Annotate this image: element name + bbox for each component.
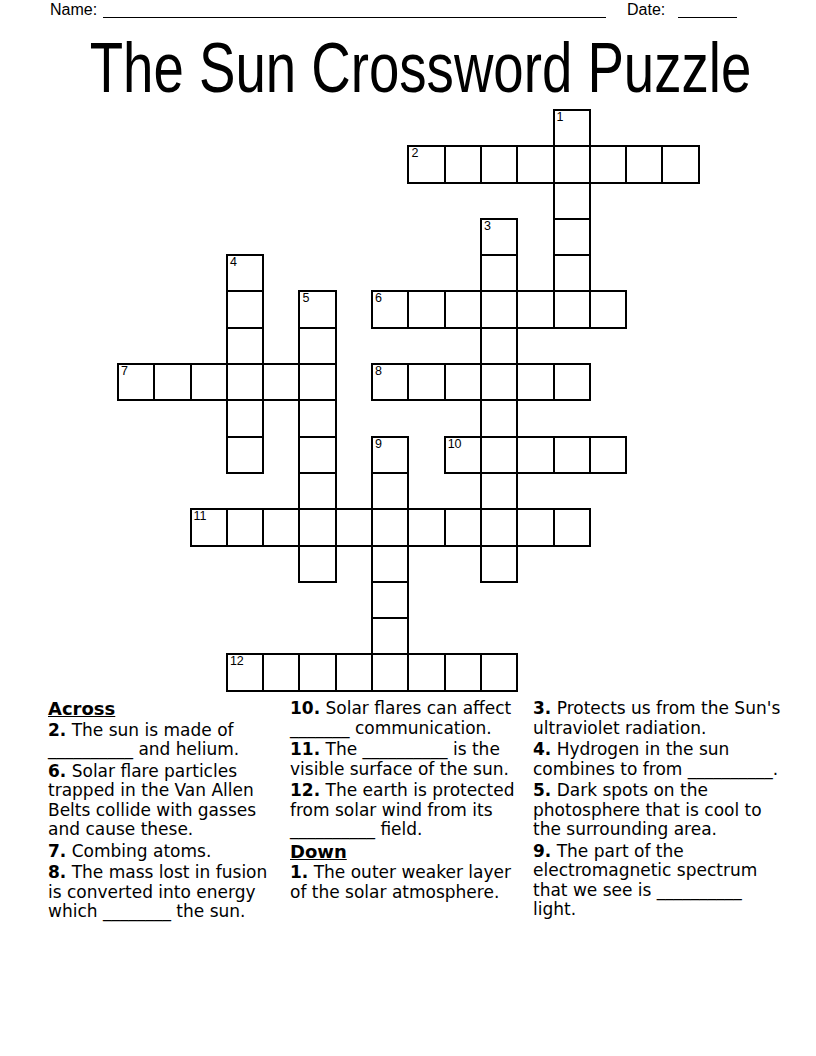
clue-number-10: 10 <box>448 438 462 451</box>
clue-number-11: 11 <box>194 510 207 523</box>
clue-number-label: 8. <box>48 862 66 882</box>
clue-number-8: 8 <box>375 365 382 378</box>
crossword-grid: 123456789101112 <box>118 110 699 691</box>
grid-cell-r5c9[interactable] <box>444 290 482 328</box>
grid-cell-r11c8[interactable] <box>407 508 445 546</box>
grid-cell-r7c9[interactable] <box>444 363 482 401</box>
grid-cell-r4c12[interactable] <box>553 254 591 292</box>
grid-cell-r9c10[interactable] <box>480 436 518 474</box>
clue-10: 10. Solar flares can affect _______ comm… <box>290 699 525 738</box>
clue-number-9: 9 <box>375 438 382 451</box>
grid-cell-r12c5[interactable] <box>298 545 336 583</box>
clue-9: 9. The part of the electromagnetic spect… <box>533 842 785 920</box>
grid-cell-r15c8[interactable] <box>407 653 445 691</box>
clue-number-label: 9. <box>533 841 551 861</box>
grid-cell-r5c8[interactable] <box>407 290 445 328</box>
grid-cell-r15c7[interactable] <box>371 653 409 691</box>
clue-number-label: 3. <box>533 698 551 718</box>
grid-cell-r6c5[interactable] <box>298 327 336 365</box>
grid-cell-r7c2[interactable] <box>190 363 228 401</box>
grid-cell-r15c6[interactable] <box>335 653 373 691</box>
crossword-worksheet-page: Name: Date: The Sun Crossword Puzzle 123… <box>0 0 816 1056</box>
clue-6: 6. Solar flare particles trapped in the … <box>48 762 275 840</box>
grid-cell-r13c7[interactable] <box>371 581 409 619</box>
grid-cell-r8c5[interactable] <box>298 399 336 437</box>
grid-cell-r10c10[interactable] <box>480 472 518 510</box>
grid-cell-r8c10[interactable] <box>480 399 518 437</box>
grid-cell-r10c5[interactable] <box>298 472 336 510</box>
name-input-line[interactable] <box>103 17 606 19</box>
clue-number-12: 12 <box>230 655 244 668</box>
grid-cell-r2c12[interactable] <box>553 182 591 220</box>
clue-3: 3. Protects us from the Sun's ultraviole… <box>533 699 785 738</box>
clue-number-4: 4 <box>230 256 237 269</box>
grid-cell-r7c8[interactable] <box>407 363 445 401</box>
grid-cell-r4c10[interactable] <box>480 254 518 292</box>
grid-cell-r7c3[interactable] <box>226 363 264 401</box>
clue-number-label: 6. <box>48 761 66 781</box>
grid-cell-r8c3[interactable] <box>226 399 264 437</box>
clue-number-label: 5. <box>533 780 551 800</box>
grid-cell-r7c7[interactable]: 8 <box>371 363 409 401</box>
grid-cell-r11c9[interactable] <box>444 508 482 546</box>
grid-cell-r7c11[interactable] <box>516 363 554 401</box>
grid-cell-r9c11[interactable] <box>516 436 554 474</box>
clue-number-label: 11. <box>290 739 320 759</box>
clue-number-label: 2. <box>48 720 66 740</box>
page-title: The Sun Crossword Puzzle <box>90 33 726 103</box>
grid-cell-r15c9[interactable] <box>444 653 482 691</box>
grid-cell-r1c12[interactable] <box>553 145 591 183</box>
grid-cell-r5c12[interactable] <box>553 290 591 328</box>
grid-cell-r3c10[interactable]: 3 <box>480 218 518 256</box>
grid-cell-r5c11[interactable] <box>516 290 554 328</box>
grid-cell-r7c10[interactable] <box>480 363 518 401</box>
clue-number-label: 1. <box>290 862 308 882</box>
grid-cell-r7c0[interactable]: 7 <box>117 363 155 401</box>
grid-cell-r6c3[interactable] <box>226 327 264 365</box>
grid-cell-r9c7[interactable]: 9 <box>371 436 409 474</box>
grid-cell-r9c9[interactable]: 10 <box>444 436 482 474</box>
grid-cell-r7c1[interactable] <box>153 363 191 401</box>
grid-cell-r5c5[interactable]: 5 <box>298 290 336 328</box>
grid-cell-r11c4[interactable] <box>262 508 300 546</box>
grid-cell-r5c3[interactable] <box>226 290 264 328</box>
grid-cell-r7c5[interactable] <box>298 363 336 401</box>
clue-column-3: 3. Protects us from the Sun's ultraviole… <box>533 699 785 922</box>
clue-1: 1. The outer weaker layer of the solar a… <box>290 863 525 902</box>
clue-number-6: 6 <box>375 292 382 305</box>
grid-cell-r11c11[interactable] <box>516 508 554 546</box>
clue-number-label: 4. <box>533 739 551 759</box>
clue-8: 8. The mass lost in fusion is converted … <box>48 863 275 922</box>
grid-cell-r1c9[interactable] <box>444 145 482 183</box>
clue-11: 11. The __________ is the visible surfac… <box>290 740 525 779</box>
clue-12: 12. The earth is protected from solar wi… <box>290 781 525 840</box>
grid-cell-r11c2[interactable]: 11 <box>190 508 228 546</box>
clue-number-1: 1 <box>557 111 564 124</box>
grid-cell-r9c3[interactable] <box>226 436 264 474</box>
clues-heading-down: Down <box>290 842 525 862</box>
grid-cell-r5c13[interactable] <box>589 290 627 328</box>
grid-cell-r10c7[interactable] <box>371 472 409 510</box>
grid-cell-r4c3[interactable]: 4 <box>226 254 264 292</box>
date-label: Date: <box>627 0 665 19</box>
clue-number-label: 10. <box>290 698 320 718</box>
grid-cell-r12c7[interactable] <box>371 545 409 583</box>
grid-cell-r7c12[interactable] <box>553 363 591 401</box>
grid-cell-r9c12[interactable] <box>553 436 591 474</box>
clue-number-7: 7 <box>121 365 128 378</box>
grid-cell-r9c5[interactable] <box>298 436 336 474</box>
grid-cell-r1c11[interactable] <box>516 145 554 183</box>
grid-cell-r15c4[interactable] <box>262 653 300 691</box>
grid-cell-r1c13[interactable] <box>589 145 627 183</box>
clue-number-3: 3 <box>484 220 491 233</box>
clue-2: 2. The sun is made of __________ and hel… <box>48 721 275 760</box>
grid-cell-r1c10[interactable] <box>480 145 518 183</box>
clue-number-5: 5 <box>302 292 309 305</box>
name-label: Name: <box>50 0 97 19</box>
clue-number-label: 7. <box>48 841 66 861</box>
grid-cell-r11c10[interactable] <box>480 508 518 546</box>
clues-heading-across: Across <box>48 699 275 719</box>
grid-cell-r11c7[interactable] <box>371 508 409 546</box>
grid-cell-r15c10[interactable] <box>480 653 518 691</box>
grid-cell-r9c13[interactable] <box>589 436 627 474</box>
date-input-line[interactable] <box>678 17 737 19</box>
grid-cell-r7c4[interactable] <box>262 363 300 401</box>
grid-cell-r6c10[interactable] <box>480 327 518 365</box>
grid-cell-r1c8[interactable]: 2 <box>407 145 445 183</box>
grid-cell-r15c3[interactable]: 12 <box>226 653 264 691</box>
grid-cell-r14c7[interactable] <box>371 617 409 655</box>
grid-cell-r0c12[interactable]: 1 <box>553 109 591 147</box>
grid-cell-r11c12[interactable] <box>553 508 591 546</box>
clues-section: Across2. The sun is made of __________ a… <box>48 699 788 924</box>
grid-cell-r11c6[interactable] <box>335 508 373 546</box>
grid-cell-r5c10[interactable] <box>480 290 518 328</box>
clue-number-label: 12. <box>290 780 320 800</box>
clue-5: 5. Dark spots on the photosphere that is… <box>533 781 785 840</box>
clue-number-2: 2 <box>411 147 418 160</box>
grid-cell-r1c15[interactable] <box>661 145 699 183</box>
grid-cell-r12c10[interactable] <box>480 545 518 583</box>
grid-cell-r5c7[interactable]: 6 <box>371 290 409 328</box>
clue-column-1: Across2. The sun is made of __________ a… <box>48 699 275 924</box>
clue-4: 4. Hydrogen in the sun combines to from … <box>533 740 785 779</box>
grid-cell-r15c5[interactable] <box>298 653 336 691</box>
grid-cell-r1c14[interactable] <box>625 145 663 183</box>
grid-cell-r11c5[interactable] <box>298 508 336 546</box>
grid-cell-r3c12[interactable] <box>553 218 591 256</box>
grid-cell-r11c3[interactable] <box>226 508 264 546</box>
clue-column-2: 10. Solar flares can affect _______ comm… <box>290 699 525 904</box>
clue-7: 7. Combing atoms. <box>48 842 275 862</box>
